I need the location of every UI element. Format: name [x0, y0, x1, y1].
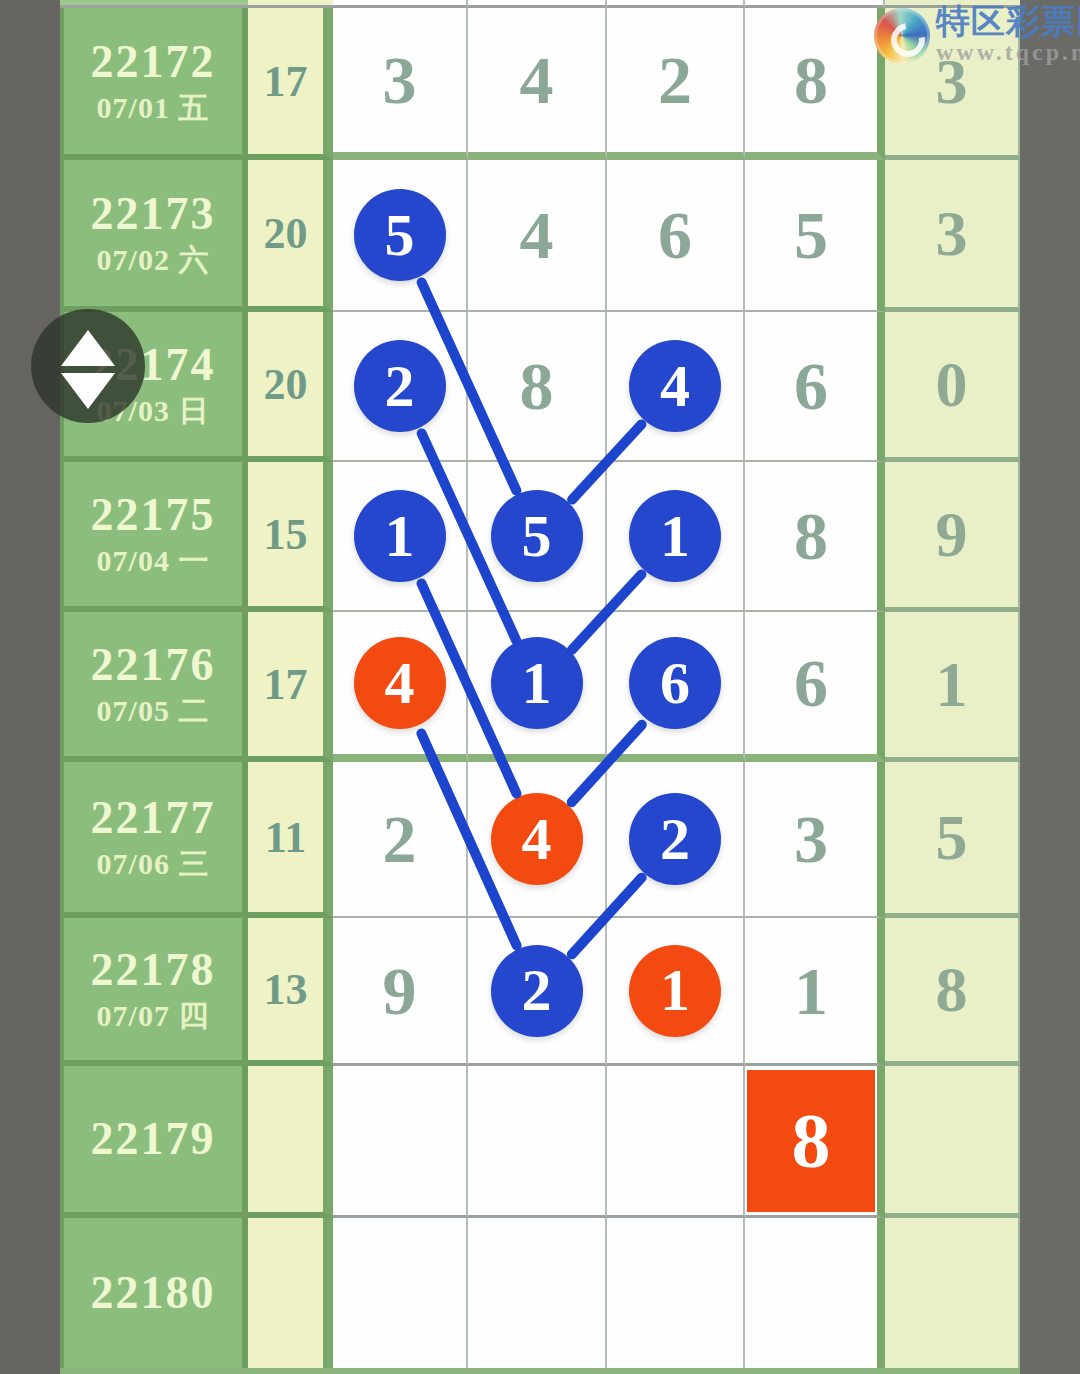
digit-cell-22172-3: 2: [607, 8, 745, 160]
mark-blue-circle: 2: [491, 945, 583, 1037]
digit-cell-22175-3: 1: [607, 462, 745, 612]
digit-cell-22180-3: [607, 1218, 745, 1368]
top-sliver-1: [248, 0, 333, 8]
issue-cell-22180: 22180: [60, 1218, 248, 1368]
digit: 6: [794, 352, 828, 420]
tail-digit: 1: [936, 653, 968, 717]
digit-cell-22173-2: 4: [468, 160, 607, 312]
digit-cell-22179-2: [468, 1066, 607, 1218]
digit-cell-22178-2: 2: [468, 918, 607, 1066]
mark-blue-circle: 4: [629, 340, 721, 432]
tail-cell-22180: [885, 1218, 1020, 1368]
left-gutter: [0, 0, 60, 1374]
digit-cell-22176-4: 6: [745, 612, 885, 762]
digit-cell-22172-2: 4: [468, 8, 607, 160]
issue-number: 22173: [91, 191, 216, 237]
digit: 3: [383, 46, 417, 114]
digit-cell-22173-1: 5: [333, 160, 468, 312]
miss-cell-22180: [248, 1218, 333, 1368]
tail-cell-22173: 3: [885, 160, 1020, 312]
digit-cell-22179-1: [333, 1066, 468, 1218]
draw-date: 07/04 一: [97, 546, 210, 576]
mark-blue-circle: 1: [629, 490, 721, 582]
issue-cell-22177: 2217707/06 三: [60, 762, 248, 918]
miss-count: 11: [265, 812, 307, 863]
digit-cell-22178-3: 1: [607, 918, 745, 1066]
issue-number: 22176: [91, 642, 216, 688]
site-url: www.tqcp.net: [936, 40, 1080, 64]
mark-blue-circle: 5: [354, 189, 446, 281]
draw-date: 07/06 三: [97, 849, 210, 879]
digit-cell-22174-2: 8: [468, 312, 607, 462]
tail-digit: 8: [936, 958, 968, 1022]
draw-date: 07/02 六: [97, 245, 210, 275]
draw-date: 07/01 五: [97, 93, 210, 123]
issue-number: 22172: [91, 39, 216, 85]
miss-cell-22175: 15: [248, 462, 333, 612]
tail-digit: 3: [936, 202, 968, 266]
miss-count: 17: [264, 56, 308, 107]
digit: 9: [383, 957, 417, 1025]
scroll-widget[interactable]: [31, 309, 145, 423]
issue-cell-22176: 2217607/05 二: [60, 612, 248, 762]
digit: 2: [658, 46, 692, 114]
digit: 3: [794, 805, 828, 873]
tail-digit: 9: [936, 503, 968, 567]
digit-cell-22177-2: 4: [468, 762, 607, 918]
scroll-down-icon[interactable]: [61, 373, 115, 409]
tail-cell-22174: 0: [885, 312, 1020, 462]
issue-number: 22179: [91, 1116, 216, 1162]
miss-count: 15: [264, 509, 308, 560]
mark-orange-circle: 4: [491, 793, 583, 885]
digit-cell-22178-1: 9: [333, 918, 468, 1066]
digit-cell-22177-4: 3: [745, 762, 885, 918]
right-gutter: [1020, 0, 1080, 1374]
digit-cell-22174-1: 2: [333, 312, 468, 462]
lottery-trend-screenshot: 2217207/01 五17342832217307/02 六205465322…: [0, 0, 1080, 1374]
issue-cell-22172: 2217207/01 五: [60, 8, 248, 160]
mark-blue-circle: 1: [491, 637, 583, 729]
top-sliver-0: [60, 0, 248, 8]
draw-date: 07/05 二: [97, 696, 210, 726]
issue-number: 22177: [91, 795, 216, 841]
miss-cell-22179: [248, 1066, 333, 1218]
digit: 8: [520, 352, 554, 420]
tail-cell-22177: 5: [885, 762, 1020, 918]
miss-cell-22177: 11: [248, 762, 333, 918]
digit: 6: [794, 649, 828, 717]
digit-cell-22177-1: 2: [333, 762, 468, 918]
mark-square: 8: [747, 1070, 875, 1212]
top-sliver-5: [745, 0, 885, 8]
top-sliver-4: [607, 0, 745, 8]
miss-cell-22172: 17: [248, 8, 333, 160]
digit-cell-22173-3: 6: [607, 160, 745, 312]
digit-cell-22175-2: 5: [468, 462, 607, 612]
issue-number: 22180: [91, 1270, 216, 1316]
site-logo-icon: [874, 8, 930, 64]
digit: 5: [794, 201, 828, 269]
issue-number: 22178: [91, 947, 216, 993]
digit-cell-22175-4: 8: [745, 462, 885, 612]
miss-count: 13: [264, 964, 308, 1015]
digit: 8: [794, 46, 828, 114]
digit-cell-22174-3: 4: [607, 312, 745, 462]
issue-cell-22178: 2217807/07 四: [60, 918, 248, 1066]
digit-cell-22172-4: 8: [745, 8, 885, 160]
table-bottom-border: [60, 1368, 1020, 1374]
tail-cell-22176: 1: [885, 612, 1020, 762]
digit-cell-22175-1: 1: [333, 462, 468, 612]
scroll-up-icon[interactable]: [61, 330, 115, 366]
miss-cell-22176: 17: [248, 612, 333, 762]
mark-blue-circle: 6: [629, 637, 721, 729]
digit: 8: [794, 502, 828, 570]
tail-cell-22175: 9: [885, 462, 1020, 612]
digit-cell-22180-1: [333, 1218, 468, 1368]
digit: 4: [520, 201, 554, 269]
site-name: 特区彩票网: [936, 4, 1080, 38]
digit-cell-22172-1: 3: [333, 8, 468, 160]
digit-cell-22174-4: 6: [745, 312, 885, 462]
digit-cell-22178-4: 1: [745, 918, 885, 1066]
tail-digit: 0: [936, 353, 968, 417]
trend-chart-table: 2217207/01 五17342832217307/02 六205465322…: [60, 0, 1020, 1374]
issue-cell-22173: 2217307/02 六: [60, 160, 248, 312]
digit-cell-22180-2: [468, 1218, 607, 1368]
digit-cell-22180-4: [745, 1218, 885, 1368]
tail-digit: 5: [936, 806, 968, 870]
miss-cell-22178: 13: [248, 918, 333, 1066]
miss-count: 17: [264, 659, 308, 710]
draw-date: 07/07 四: [97, 1001, 210, 1031]
mark-blue-circle: 2: [354, 340, 446, 432]
mark-blue-circle: 1: [354, 490, 446, 582]
digit: 4: [520, 46, 554, 114]
top-sliver-2: [333, 0, 468, 8]
miss-cell-22173: 20: [248, 160, 333, 312]
miss-count: 20: [264, 359, 308, 410]
issue-cell-22179: 22179: [60, 1066, 248, 1218]
tail-cell-22178: 8: [885, 918, 1020, 1066]
mark-blue-circle: 5: [491, 490, 583, 582]
digit-cell-22179-4: 8: [745, 1066, 885, 1218]
mark-blue-circle: 2: [629, 793, 721, 885]
digit-cell-22176-2: 1: [468, 612, 607, 762]
digit: 2: [383, 805, 417, 873]
digit-cell-22176-1: 4: [333, 612, 468, 762]
digit-cell-22179-3: [607, 1066, 745, 1218]
miss-count: 20: [264, 208, 308, 259]
digit: 6: [658, 201, 692, 269]
mark-orange-circle: 1: [629, 945, 721, 1037]
issue-number: 22175: [91, 492, 216, 538]
digit-cell-22173-4: 5: [745, 160, 885, 312]
site-watermark: 特区彩票网 www.tqcp.net: [874, 4, 1080, 64]
mark-orange-circle: 4: [354, 637, 446, 729]
issue-cell-22175: 2217507/04 一: [60, 462, 248, 612]
digit-cell-22176-3: 6: [607, 612, 745, 762]
digit: 1: [794, 957, 828, 1025]
digit-cell-22177-3: 2: [607, 762, 745, 918]
miss-cell-22174: 20: [248, 312, 333, 462]
tail-cell-22179: [885, 1066, 1020, 1218]
top-sliver-3: [468, 0, 607, 8]
